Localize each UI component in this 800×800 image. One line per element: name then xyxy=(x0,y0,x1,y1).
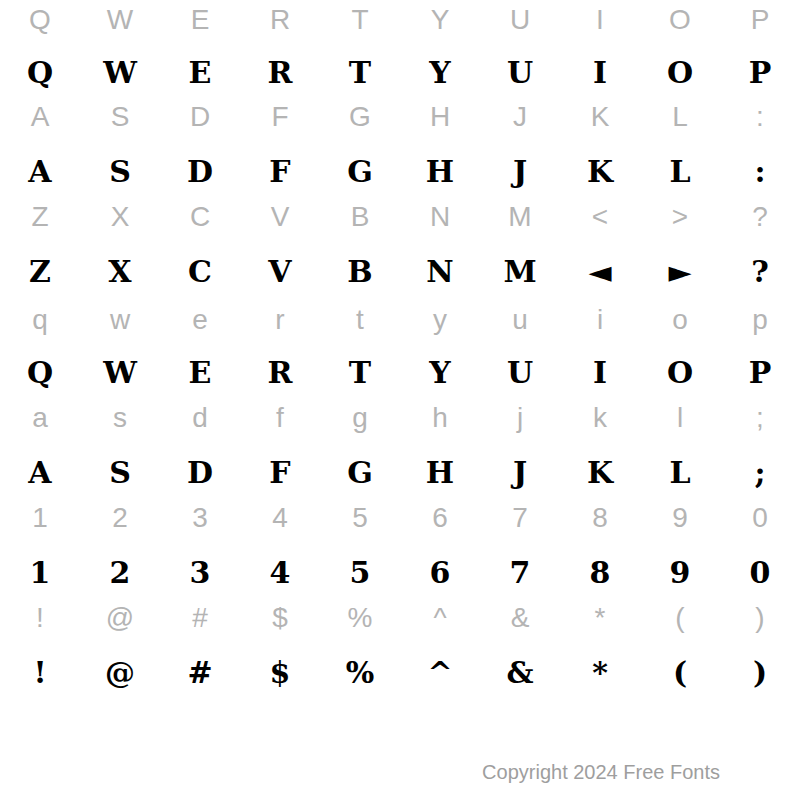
glyph-cell: ► xyxy=(640,250,720,294)
glyph-cell: Y xyxy=(400,51,480,95)
reference-row-1: QWERTYUIOP xyxy=(0,0,800,40)
glyph-cell: ) xyxy=(720,598,800,638)
specimen-row-6: 1234567890 xyxy=(0,551,800,595)
glyph-cell: P xyxy=(720,51,800,95)
glyph-cell: X xyxy=(80,197,160,237)
glyph-cell: % xyxy=(320,598,400,638)
glyph-cell: L xyxy=(640,97,720,137)
glyph-cell: S xyxy=(80,451,160,495)
glyph-cell: : xyxy=(720,150,800,194)
glyph-cell: U xyxy=(480,351,560,395)
glyph-cell: G xyxy=(320,150,400,194)
glyph-cell: j xyxy=(480,398,560,438)
specimen-row-4: QWERTYUIOP xyxy=(0,351,800,395)
specimen-row-3: ZXCVBNM◄►? xyxy=(0,250,800,294)
glyph-cell: 4 xyxy=(240,498,320,538)
glyph-cell: ; xyxy=(720,398,800,438)
glyph-cell: X xyxy=(80,250,160,294)
glyph-cell: H xyxy=(400,150,480,194)
glyph-cell: W xyxy=(80,351,160,395)
glyph-cell: $ xyxy=(240,598,320,638)
glyph-cell: * xyxy=(560,598,640,638)
glyph-cell: M xyxy=(480,250,560,294)
glyph-cell: T xyxy=(320,51,400,95)
glyph-cell: F xyxy=(240,150,320,194)
glyph-cell: 7 xyxy=(480,551,560,595)
copyright-text: Copyright 2024 Free Fonts xyxy=(482,759,720,785)
glyph-cell: p xyxy=(720,300,800,340)
glyph-cell: J xyxy=(480,451,560,495)
glyph-cell: d xyxy=(160,398,240,438)
glyph-cell: P xyxy=(720,351,800,395)
reference-row-4: qwertyuiop xyxy=(0,300,800,340)
glyph-cell: Z xyxy=(0,250,80,294)
glyph-cell: W xyxy=(80,51,160,95)
glyph-cell: G xyxy=(320,97,400,137)
glyph-cell: ! xyxy=(0,651,80,695)
glyph-cell: T xyxy=(320,351,400,395)
reference-row-6: 1234567890 xyxy=(0,498,800,538)
glyph-cell: A xyxy=(0,97,80,137)
glyph-cell: Y xyxy=(400,351,480,395)
glyph-cell: ! xyxy=(0,598,80,638)
glyph-cell: 5 xyxy=(320,498,400,538)
glyph-cell: % xyxy=(320,651,400,695)
glyph-cell: Q xyxy=(0,51,80,95)
glyph-cell: q xyxy=(0,300,80,340)
reference-row-7: !@#$%^&*() xyxy=(0,598,800,638)
glyph-cell: $ xyxy=(240,651,320,695)
glyph-cell: ( xyxy=(640,651,720,695)
glyph-cell: & xyxy=(480,598,560,638)
glyph-cell: B xyxy=(320,250,400,294)
glyph-cell: R xyxy=(240,351,320,395)
glyph-cell: @ xyxy=(80,651,160,695)
glyph-cell: L xyxy=(640,451,720,495)
glyph-cell: g xyxy=(320,398,400,438)
glyph-cell: D xyxy=(160,451,240,495)
glyph-cell: W xyxy=(80,0,160,40)
glyph-cell: & xyxy=(480,651,560,695)
glyph-cell: 2 xyxy=(80,498,160,538)
glyph-cell: F xyxy=(240,451,320,495)
glyph-cell: G xyxy=(320,451,400,495)
glyph-cell: ^ xyxy=(400,598,480,638)
glyph-cell: ? xyxy=(720,197,800,237)
glyph-cell: D xyxy=(160,150,240,194)
glyph-cell: C xyxy=(160,197,240,237)
glyph-cell: # xyxy=(160,598,240,638)
glyph-cell: y xyxy=(400,300,480,340)
glyph-cell: Q xyxy=(0,351,80,395)
glyph-cell: P xyxy=(720,0,800,40)
glyph-cell: f xyxy=(240,398,320,438)
glyph-cell: O xyxy=(640,351,720,395)
specimen-row-1: QWERTYUIOP xyxy=(0,51,800,95)
glyph-cell: Z xyxy=(0,197,80,237)
glyph-cell: O xyxy=(640,0,720,40)
glyph-cell: s xyxy=(80,398,160,438)
glyph-cell: 5 xyxy=(320,551,400,595)
glyph-cell: 8 xyxy=(560,498,640,538)
glyph-cell: C xyxy=(160,250,240,294)
glyph-cell: J xyxy=(480,150,560,194)
glyph-cell: Y xyxy=(400,0,480,40)
glyph-cell: I xyxy=(560,351,640,395)
glyph-cell: i xyxy=(560,300,640,340)
glyph-cell: E xyxy=(160,51,240,95)
glyph-cell: E xyxy=(160,0,240,40)
glyph-cell: Q xyxy=(0,0,80,40)
glyph-cell: r xyxy=(240,300,320,340)
glyph-cell: k xyxy=(560,398,640,438)
reference-row-3: ZXCVBNM<>? xyxy=(0,197,800,237)
character-map-grid: QWERTYUIOPQWERTYUIOPASDFGHJKL:ASDFGHJKL:… xyxy=(0,0,800,720)
reference-row-2: ASDFGHJKL: xyxy=(0,97,800,137)
glyph-cell: a xyxy=(0,398,80,438)
glyph-cell: 9 xyxy=(640,551,720,595)
glyph-cell: 4 xyxy=(240,551,320,595)
glyph-cell: O xyxy=(640,51,720,95)
glyph-cell: w xyxy=(80,300,160,340)
glyph-cell: I xyxy=(560,0,640,40)
glyph-cell: J xyxy=(480,97,560,137)
glyph-cell: K xyxy=(560,97,640,137)
glyph-cell: 1 xyxy=(0,498,80,538)
glyph-cell: 3 xyxy=(160,551,240,595)
glyph-cell: ^ xyxy=(400,651,480,695)
glyph-cell: F xyxy=(240,97,320,137)
glyph-cell: I xyxy=(560,51,640,95)
glyph-cell: U xyxy=(480,0,560,40)
glyph-cell: u xyxy=(480,300,560,340)
glyph-cell: A xyxy=(0,150,80,194)
glyph-cell: : xyxy=(720,97,800,137)
glyph-cell: ( xyxy=(640,598,720,638)
glyph-cell: L xyxy=(640,150,720,194)
glyph-cell: t xyxy=(320,300,400,340)
glyph-cell: # xyxy=(160,651,240,695)
glyph-cell: N xyxy=(400,250,480,294)
glyph-cell: 3 xyxy=(160,498,240,538)
glyph-cell: 6 xyxy=(400,551,480,595)
glyph-cell: S xyxy=(80,97,160,137)
glyph-cell: R xyxy=(240,0,320,40)
glyph-cell: 9 xyxy=(640,498,720,538)
specimen-row-5: ASDFGHJKL; xyxy=(0,451,800,495)
glyph-cell: 0 xyxy=(720,498,800,538)
glyph-cell: ; xyxy=(720,451,800,495)
glyph-cell: E xyxy=(160,351,240,395)
glyph-cell: 1 xyxy=(0,551,80,595)
glyph-cell: e xyxy=(160,300,240,340)
glyph-cell: K xyxy=(560,451,640,495)
glyph-cell: M xyxy=(480,197,560,237)
glyph-cell: h xyxy=(400,398,480,438)
glyph-cell: R xyxy=(240,51,320,95)
glyph-cell: @ xyxy=(80,598,160,638)
glyph-cell: > xyxy=(640,197,720,237)
glyph-cell: H xyxy=(400,451,480,495)
glyph-cell: ) xyxy=(720,651,800,695)
glyph-cell: < xyxy=(560,197,640,237)
glyph-cell: T xyxy=(320,0,400,40)
glyph-cell: 7 xyxy=(480,498,560,538)
glyph-cell: 8 xyxy=(560,551,640,595)
glyph-cell: V xyxy=(240,197,320,237)
glyph-cell: V xyxy=(240,250,320,294)
glyph-cell: ◄ xyxy=(560,250,640,294)
glyph-cell: A xyxy=(0,451,80,495)
glyph-cell: S xyxy=(80,150,160,194)
glyph-cell: U xyxy=(480,51,560,95)
glyph-cell: H xyxy=(400,97,480,137)
glyph-cell: 0 xyxy=(720,551,800,595)
glyph-cell: K xyxy=(560,150,640,194)
glyph-cell: N xyxy=(400,197,480,237)
glyph-cell: D xyxy=(160,97,240,137)
glyph-cell: o xyxy=(640,300,720,340)
specimen-row-2: ASDFGHJKL: xyxy=(0,150,800,194)
specimen-row-7: !@#$%^&*() xyxy=(0,651,800,695)
glyph-cell: B xyxy=(320,197,400,237)
glyph-cell: 2 xyxy=(80,551,160,595)
font-specimen-page: QWERTYUIOPQWERTYUIOPASDFGHJKL:ASDFGHJKL:… xyxy=(0,0,800,800)
glyph-cell: * xyxy=(560,651,640,695)
glyph-cell: 6 xyxy=(400,498,480,538)
glyph-cell: ? xyxy=(720,250,800,294)
reference-row-5: asdfghjkl; xyxy=(0,398,800,438)
glyph-cell: l xyxy=(640,398,720,438)
